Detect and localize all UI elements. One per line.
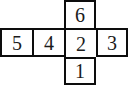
net-cell-face-1: 1 bbox=[64, 57, 96, 85]
cube-net-grid: 6 5 4 2 3 1 bbox=[0, 0, 128, 85]
net-cell-face-5: 5 bbox=[0, 28, 32, 57]
net-cell-face-2: 2 bbox=[64, 28, 96, 57]
net-cell-face-4: 4 bbox=[32, 28, 64, 57]
net-cell-face-6: 6 bbox=[64, 0, 96, 28]
net-cell-face-3: 3 bbox=[96, 28, 128, 57]
cube-net-diagram: 6 5 4 2 3 1 bbox=[0, 0, 129, 85]
